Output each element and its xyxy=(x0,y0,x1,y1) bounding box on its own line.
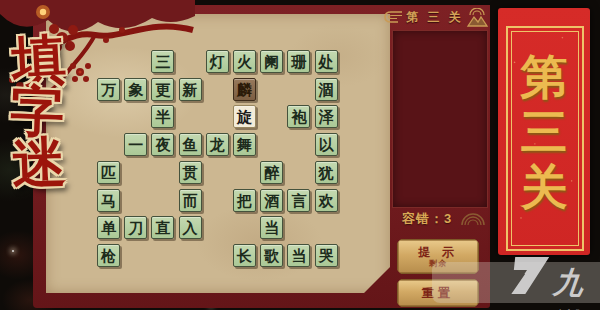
board-tile-r0c7[interactable]: 珊 xyxy=(287,50,310,73)
board-tile-r5c7[interactable]: 言 xyxy=(287,189,310,212)
board-tile-r5c6[interactable]: 酒 xyxy=(260,189,283,212)
board-tile-r3c3[interactable]: 鱼 xyxy=(179,133,202,156)
level-header-text: 第 三 关 xyxy=(406,9,464,26)
hint-button-label: 提 示 xyxy=(418,246,457,259)
board-tile-r4c6[interactable]: 醉 xyxy=(260,161,283,184)
board-tile-r6c2[interactable]: 直 xyxy=(151,216,174,239)
banner-char: 三 xyxy=(521,106,568,158)
board-tile-r7c0[interactable]: 枪 xyxy=(97,244,120,267)
arc-decoration xyxy=(460,207,486,227)
board-tile-r2c7[interactable]: 袍 xyxy=(287,105,310,128)
board-tile-r5c3[interactable]: 而 xyxy=(179,189,202,212)
board-tile-r4c3[interactable]: 贯 xyxy=(179,161,202,184)
board-tile-r7c7[interactable]: 当 xyxy=(287,244,310,267)
board-tile-r4c0[interactable]: 匹 xyxy=(97,161,120,184)
board-tile-r1c0[interactable]: 万 xyxy=(97,78,120,101)
board-tile-r3c1[interactable]: 一 xyxy=(124,133,147,156)
board-tile-r5c5[interactable]: 把 xyxy=(233,189,256,212)
board-tile-r6c1[interactable]: 刀 xyxy=(124,216,147,239)
board-tile-r1c1[interactable]: 象 xyxy=(124,78,147,101)
level-header: 第 三 关 xyxy=(383,6,489,28)
board-tile-r3c8[interactable]: 以 xyxy=(315,133,338,156)
board-tile-r6c3[interactable]: 入 xyxy=(179,216,202,239)
board-tile-r1c3[interactable]: 新 xyxy=(179,78,202,101)
sparkle-decoration xyxy=(12,250,14,252)
board-tile-r7c8[interactable]: 哭 xyxy=(315,244,338,267)
board-tile-r7c6[interactable]: 歌 xyxy=(260,244,283,267)
board-tile-r5c8[interactable]: 欢 xyxy=(315,189,338,212)
board-tile-r1c8[interactable]: 涸 xyxy=(315,78,338,101)
board-tile-r0c6[interactable]: 阑 xyxy=(260,50,283,73)
board-tile-r3c4[interactable]: 龙 xyxy=(206,133,229,156)
board-tile-r0c8[interactable]: 处 xyxy=(315,50,338,73)
title-char: 字 xyxy=(9,86,65,139)
jiuyou-logo-icon xyxy=(497,252,552,304)
board-tile-r6c6[interactable]: 当 xyxy=(260,216,283,239)
mountain-icon xyxy=(466,8,489,27)
level-banner: 第 三 关 xyxy=(498,8,590,255)
board-tile-r2c8[interactable]: 泽 xyxy=(315,105,338,128)
board-tile-r2c2[interactable]: 半 xyxy=(151,105,174,128)
watermark-text: 九游 xyxy=(547,263,600,310)
game-title-vertical: 填 字 迷 xyxy=(6,36,72,189)
error-tolerance-value: 3 xyxy=(444,211,452,226)
banner-char: 第 xyxy=(521,51,568,103)
board-tile-r4c8[interactable]: 犹 xyxy=(315,161,338,184)
board-tile-r0c5[interactable]: 火 xyxy=(233,50,256,73)
error-tolerance-status: 容错：3 xyxy=(402,210,452,228)
cloud-scroll-icon xyxy=(383,9,404,25)
board-tile-r0c2[interactable]: 三 xyxy=(151,50,174,73)
error-tolerance-label: 容错： xyxy=(402,211,444,226)
board-tile-r2c5[interactable]: 旋 xyxy=(233,105,256,128)
board-tile-r1c2[interactable]: 更 xyxy=(151,78,174,101)
board-tile-r6c0[interactable]: 单 xyxy=(97,216,120,239)
board-tile-r5c0[interactable]: 马 xyxy=(97,189,120,212)
board-tile-r0c4[interactable]: 灯 xyxy=(206,50,229,73)
board-tile-r7c5[interactable]: 长 xyxy=(233,244,256,267)
board-tile-r3c5[interactable]: 舞 xyxy=(233,133,256,156)
banner-level-text: 第 三 关 xyxy=(498,8,590,255)
banner-char: 关 xyxy=(521,161,568,213)
title-char: 迷 xyxy=(11,137,67,190)
board-tile-r3c2[interactable]: 夜 xyxy=(151,133,174,156)
clue-display-area xyxy=(392,30,488,208)
puzzle-board: 三灯火阑珊处万象更新麟涸半旋袍泽一夜鱼龙舞以匹贯醉犹马而把酒言欢单刀直入当枪长歌… xyxy=(97,50,343,273)
board-tile-r1c5[interactable]: 麟 xyxy=(233,78,256,101)
